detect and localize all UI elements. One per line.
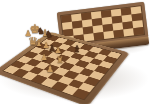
piece-light-pawn: ♟ bbox=[46, 65, 54, 74]
piece-dark-knight: ♞ bbox=[45, 30, 53, 39]
chess-set-product-photo: ♟♚♞♝♞♛♝♟♟♟♝♟♜♟ bbox=[0, 0, 150, 104]
piece-dark-pawn: ♟ bbox=[48, 45, 55, 53]
piece-light-rook: ♜ bbox=[56, 56, 64, 65]
piece-light-bishop: ♝ bbox=[35, 38, 44, 48]
piece-light-bishop: ♝ bbox=[41, 29, 49, 38]
piece-light-king: ♚ bbox=[30, 23, 41, 35]
piece-light-pawn: ♟ bbox=[54, 47, 61, 55]
piece-light-pawn: ♟ bbox=[40, 54, 47, 62]
piece-dark-knight: ♞ bbox=[37, 27, 45, 36]
piece-light-queen: ♛ bbox=[28, 36, 38, 47]
piece-dark-bishop: ♝ bbox=[73, 45, 81, 54]
piece-light-pawn: ♟ bbox=[42, 42, 49, 50]
piece-light-pawn: ♟ bbox=[24, 30, 31, 38]
pieces-layer: ♟♚♞♝♞♛♝♟♟♟♝♟♜♟ bbox=[0, 0, 150, 104]
